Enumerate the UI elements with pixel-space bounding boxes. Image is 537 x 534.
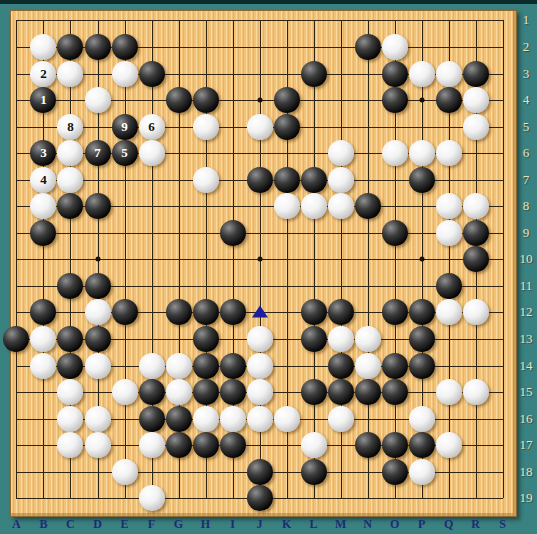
stone-white-Q3[interactable] (436, 61, 462, 87)
star-point-D10 (95, 257, 100, 262)
stone-white-P3[interactable] (409, 61, 435, 87)
stone-black-I9[interactable] (220, 220, 246, 246)
column-label-J: J (257, 517, 263, 532)
stone-white-F5[interactable]: 6 (139, 114, 165, 140)
stone-white-R8[interactable] (463, 193, 489, 219)
stone-black-M12[interactable] (328, 299, 354, 325)
stone-white-D12[interactable] (85, 299, 111, 325)
stone-white-Q17[interactable] (436, 432, 462, 458)
stone-black-Q4[interactable] (436, 87, 462, 113)
row-label-5: 5 (523, 119, 530, 135)
stone-white-B3[interactable]: 2 (30, 61, 56, 87)
column-label-E: E (120, 517, 128, 532)
stone-white-P16[interactable] (409, 406, 435, 432)
column-label-I: I (230, 517, 235, 532)
stone-black-N2[interactable] (355, 34, 381, 60)
stone-white-O2[interactable] (382, 34, 408, 60)
move-number-3: 3 (30, 140, 56, 166)
stone-white-Q12[interactable] (436, 299, 462, 325)
stone-black-L18[interactable] (301, 459, 327, 485)
stone-white-L8[interactable] (301, 193, 327, 219)
stone-black-B9[interactable] (30, 220, 56, 246)
stone-black-D13[interactable] (85, 326, 111, 352)
stone-black-L15[interactable] (301, 379, 327, 405)
stone-white-E18[interactable] (112, 459, 138, 485)
stone-white-B7[interactable]: 4 (30, 167, 56, 193)
stone-white-G14[interactable] (166, 353, 192, 379)
stone-black-L13[interactable] (301, 326, 327, 352)
row-label-1: 1 (523, 12, 530, 28)
stone-white-C16[interactable] (57, 406, 83, 432)
stone-black-H15[interactable] (193, 379, 219, 405)
stone-white-J13[interactable] (247, 326, 273, 352)
row-label-17: 17 (520, 437, 533, 453)
stone-white-H16[interactable] (193, 406, 219, 432)
stone-white-R15[interactable] (463, 379, 489, 405)
stone-white-J16[interactable] (247, 406, 273, 432)
stone-white-C17[interactable] (57, 432, 83, 458)
stone-black-E5[interactable]: 9 (112, 114, 138, 140)
row-label-13: 13 (520, 331, 533, 347)
column-label-K: K (282, 517, 291, 532)
row-label-9: 9 (523, 225, 530, 241)
row-label-4: 4 (523, 92, 530, 108)
column-label-R: R (471, 517, 480, 532)
stone-black-R10[interactable] (463, 246, 489, 272)
stone-white-I16[interactable] (220, 406, 246, 432)
column-label-B: B (39, 517, 47, 532)
move-number-6: 6 (139, 114, 165, 140)
stone-white-R4[interactable] (463, 87, 489, 113)
stone-black-H13[interactable] (193, 326, 219, 352)
column-label-F: F (148, 517, 155, 532)
stone-black-P12[interactable] (409, 299, 435, 325)
stone-white-R12[interactable] (463, 299, 489, 325)
stone-white-J5[interactable] (247, 114, 273, 140)
go-game-window: 218963754ABCDEFGHIJKLMNOPQRS123456789101… (0, 0, 537, 534)
stone-black-D6[interactable]: 7 (85, 140, 111, 166)
stone-black-O4[interactable] (382, 87, 408, 113)
stone-black-O18[interactable] (382, 459, 408, 485)
stone-white-B13[interactable] (30, 326, 56, 352)
stone-white-B14[interactable] (30, 353, 56, 379)
stone-white-C3[interactable] (57, 61, 83, 87)
stone-black-P13[interactable] (409, 326, 435, 352)
stone-black-O17[interactable] (382, 432, 408, 458)
stone-white-K8[interactable] (274, 193, 300, 219)
stone-black-O12[interactable] (382, 299, 408, 325)
stone-white-E3[interactable] (112, 61, 138, 87)
column-label-H: H (201, 517, 210, 532)
stone-black-I12[interactable] (220, 299, 246, 325)
stone-white-G15[interactable] (166, 379, 192, 405)
stone-black-F16[interactable] (139, 406, 165, 432)
row-label-19: 19 (520, 490, 533, 506)
stone-black-L3[interactable] (301, 61, 327, 87)
stone-black-B12[interactable] (30, 299, 56, 325)
stone-white-M6[interactable] (328, 140, 354, 166)
board-grid-line-v (368, 20, 369, 498)
column-label-O: O (390, 517, 399, 532)
stone-black-G12[interactable] (166, 299, 192, 325)
stone-black-D2[interactable] (85, 34, 111, 60)
stone-black-E6[interactable]: 5 (112, 140, 138, 166)
stone-black-H12[interactable] (193, 299, 219, 325)
stone-black-H4[interactable] (193, 87, 219, 113)
stone-white-P18[interactable] (409, 459, 435, 485)
stone-black-N17[interactable] (355, 432, 381, 458)
row-label-15: 15 (520, 384, 533, 400)
stone-black-G17[interactable] (166, 432, 192, 458)
column-label-D: D (93, 517, 102, 532)
stone-white-D4[interactable] (85, 87, 111, 113)
stone-white-Q6[interactable] (436, 140, 462, 166)
stone-black-N15[interactable] (355, 379, 381, 405)
stone-white-O6[interactable] (382, 140, 408, 166)
board-grid-line-v (503, 20, 504, 498)
stone-black-C13[interactable] (57, 326, 83, 352)
stone-black-C14[interactable] (57, 353, 83, 379)
column-label-C: C (66, 517, 75, 532)
stone-black-O3[interactable] (382, 61, 408, 87)
column-label-M: M (335, 517, 346, 532)
stone-white-M13[interactable] (328, 326, 354, 352)
row-label-2: 2 (523, 39, 530, 55)
stone-black-N8[interactable] (355, 193, 381, 219)
row-label-12: 12 (520, 304, 533, 320)
row-label-11: 11 (520, 278, 533, 294)
row-label-18: 18 (520, 464, 533, 480)
stone-black-B6[interactable]: 3 (30, 140, 56, 166)
stone-white-N13[interactable] (355, 326, 381, 352)
stone-white-F14[interactable] (139, 353, 165, 379)
stone-white-M8[interactable] (328, 193, 354, 219)
stone-black-K5[interactable] (274, 114, 300, 140)
triangle-marker (252, 306, 268, 318)
row-label-6: 6 (523, 145, 530, 161)
stone-black-P14[interactable] (409, 353, 435, 379)
move-number-9: 9 (112, 114, 138, 140)
stone-black-C8[interactable] (57, 193, 83, 219)
stone-black-P17[interactable] (409, 432, 435, 458)
stone-white-H5[interactable] (193, 114, 219, 140)
stone-white-J14[interactable] (247, 353, 273, 379)
stone-black-D11[interactable] (85, 273, 111, 299)
stone-white-B2[interactable] (30, 34, 56, 60)
star-point-P4 (419, 98, 424, 103)
stone-black-D8[interactable] (85, 193, 111, 219)
row-label-3: 3 (523, 66, 530, 82)
stone-black-K7[interactable] (274, 167, 300, 193)
move-number-1: 1 (30, 87, 56, 113)
stone-white-D16[interactable] (85, 406, 111, 432)
stone-white-K16[interactable] (274, 406, 300, 432)
move-number-4: 4 (30, 167, 56, 193)
stone-white-H7[interactable] (193, 167, 219, 193)
stone-white-C7[interactable] (57, 167, 83, 193)
star-point-J4 (257, 98, 262, 103)
stone-black-K4[interactable] (274, 87, 300, 113)
stone-black-G4[interactable] (166, 87, 192, 113)
stone-white-R5[interactable] (463, 114, 489, 140)
stone-black-A13[interactable] (3, 326, 29, 352)
stone-black-J7[interactable] (247, 167, 273, 193)
row-label-7: 7 (523, 172, 530, 188)
stone-black-J19[interactable] (247, 485, 273, 511)
stone-black-J18[interactable] (247, 459, 273, 485)
stone-black-P7[interactable] (409, 167, 435, 193)
stone-black-R9[interactable] (463, 220, 489, 246)
stone-black-H17[interactable] (193, 432, 219, 458)
stone-black-I17[interactable] (220, 432, 246, 458)
stone-black-O9[interactable] (382, 220, 408, 246)
stone-black-F15[interactable] (139, 379, 165, 405)
stone-white-Q8[interactable] (436, 193, 462, 219)
stone-black-H14[interactable] (193, 353, 219, 379)
column-label-N: N (363, 517, 372, 532)
move-number-7: 7 (85, 140, 111, 166)
stone-white-M16[interactable] (328, 406, 354, 432)
stone-white-Q15[interactable] (436, 379, 462, 405)
stone-white-B8[interactable] (30, 193, 56, 219)
stone-black-G16[interactable] (166, 406, 192, 432)
star-point-P10 (419, 257, 424, 262)
stone-black-O14[interactable] (382, 353, 408, 379)
move-number-2: 2 (30, 61, 56, 87)
stone-white-C15[interactable] (57, 379, 83, 405)
move-number-5: 5 (112, 140, 138, 166)
stone-white-F6[interactable] (139, 140, 165, 166)
row-label-10: 10 (520, 251, 533, 267)
board-grid-line-v (314, 20, 315, 498)
stone-black-C2[interactable] (57, 34, 83, 60)
stone-black-L7[interactable] (301, 167, 327, 193)
column-label-A: A (12, 517, 21, 532)
stone-white-D17[interactable] (85, 432, 111, 458)
stone-black-M15[interactable] (328, 379, 354, 405)
stone-white-D14[interactable] (85, 353, 111, 379)
stone-black-M14[interactable] (328, 353, 354, 379)
stone-black-B4[interactable]: 1 (30, 87, 56, 113)
stone-black-L12[interactable] (301, 299, 327, 325)
stone-white-P6[interactable] (409, 140, 435, 166)
stone-black-E12[interactable] (112, 299, 138, 325)
stone-black-I14[interactable] (220, 353, 246, 379)
window-top-edge (0, 0, 537, 4)
star-point-J10 (257, 257, 262, 262)
stone-white-Q9[interactable] (436, 220, 462, 246)
stone-black-F3[interactable] (139, 61, 165, 87)
stone-black-Q11[interactable] (436, 273, 462, 299)
row-label-14: 14 (520, 358, 533, 374)
stone-black-E2[interactable] (112, 34, 138, 60)
column-label-G: G (174, 517, 183, 532)
row-label-8: 8 (523, 198, 530, 214)
stone-white-N14[interactable] (355, 353, 381, 379)
stone-white-M7[interactable] (328, 167, 354, 193)
stone-white-E15[interactable] (112, 379, 138, 405)
column-label-Q: Q (444, 517, 453, 532)
column-label-L: L (310, 517, 318, 532)
stone-white-C5[interactable]: 8 (57, 114, 83, 140)
column-label-S: S (499, 517, 506, 532)
stone-black-R3[interactable] (463, 61, 489, 87)
column-label-P: P (418, 517, 425, 532)
stone-black-O15[interactable] (382, 379, 408, 405)
stone-white-L17[interactable] (301, 432, 327, 458)
stone-black-C11[interactable] (57, 273, 83, 299)
stone-white-F19[interactable] (139, 485, 165, 511)
stone-white-C6[interactable] (57, 140, 83, 166)
stone-white-F17[interactable] (139, 432, 165, 458)
stone-black-I15[interactable] (220, 379, 246, 405)
move-number-8: 8 (57, 114, 83, 140)
row-label-16: 16 (520, 411, 533, 427)
stone-white-J15[interactable] (247, 379, 273, 405)
